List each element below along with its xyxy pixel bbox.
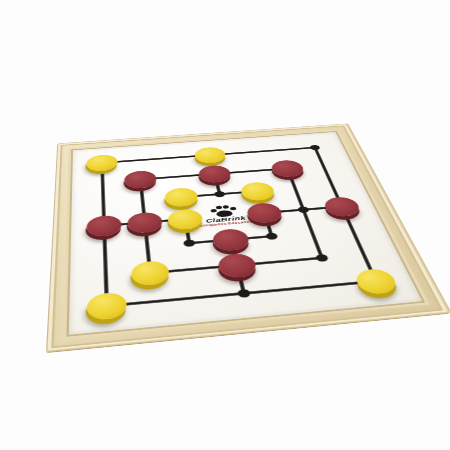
piece-yellow[interactable] <box>131 260 171 287</box>
game-board: CiaBrink Brinquedos Educativos <box>46 124 449 353</box>
product-photo-scene: CiaBrink Brinquedos Educativos <box>55 46 395 386</box>
piece-yellow[interactable] <box>239 181 277 201</box>
brand-name: CiaBrink <box>193 215 258 226</box>
piece-red[interactable] <box>245 202 284 224</box>
piece-red[interactable] <box>216 253 258 279</box>
piece-yellow[interactable] <box>193 146 227 164</box>
piece-red[interactable] <box>127 211 163 234</box>
piece-yellow[interactable] <box>86 154 118 172</box>
piece-yellow[interactable] <box>87 291 127 320</box>
piece-yellow[interactable] <box>164 187 200 208</box>
piece-red[interactable] <box>124 170 158 189</box>
piece-red[interactable] <box>197 165 232 184</box>
piece-red[interactable] <box>87 215 123 238</box>
piece-red[interactable] <box>211 228 251 252</box>
piece-red[interactable] <box>269 159 306 178</box>
piece-red[interactable] <box>322 196 363 217</box>
pieces-layer <box>83 138 404 324</box>
brand-tagline: Brinquedos Educativos <box>194 220 259 228</box>
piece-yellow[interactable] <box>167 208 204 230</box>
piece-yellow[interactable] <box>352 268 400 295</box>
frame-right-edge <box>346 123 450 313</box>
wooden-frame: CiaBrink Brinquedos Educativos <box>46 124 449 353</box>
frame-front-edge <box>46 311 450 352</box>
